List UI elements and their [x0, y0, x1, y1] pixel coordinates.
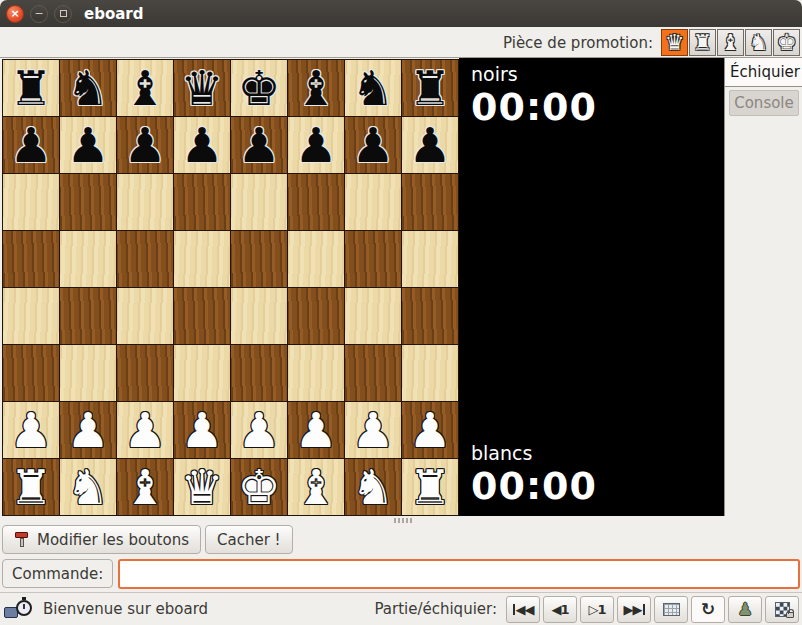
square-e7[interactable]: ♟: [231, 117, 287, 173]
square-d6[interactable]: [174, 174, 230, 230]
square-a7[interactable]: ♟: [3, 117, 59, 173]
square-a3[interactable]: [3, 345, 59, 401]
square-a2[interactable]: ♟: [3, 402, 59, 458]
square-g6[interactable]: [345, 174, 401, 230]
forward-one-icon: ▷1: [588, 602, 605, 617]
square-h5[interactable]: [402, 231, 458, 287]
square-b4[interactable]: [60, 288, 116, 344]
clock-mode-icon[interactable]: [3, 598, 35, 620]
checkerboard-lock-icon: [775, 602, 790, 617]
modify-buttons-label: Modifier les boutons: [37, 531, 189, 549]
square-c8[interactable]: ♝: [117, 60, 173, 116]
square-f7[interactable]: ♟: [288, 117, 344, 173]
square-e5[interactable]: [231, 231, 287, 287]
square-d3[interactable]: [174, 345, 230, 401]
square-c4[interactable]: [117, 288, 173, 344]
clock-panel: noirs 00:00 blancs 00:00: [459, 58, 724, 516]
black-bishop: ♝: [123, 64, 166, 112]
divider-grip-icon[interactable]: [394, 518, 412, 523]
status-bar: Bienvenue sur eboard Partie/échiquier: ◀…: [0, 592, 802, 625]
white-knight: ♞: [66, 463, 109, 511]
maximize-icon[interactable]: [54, 5, 72, 23]
white-pawn: ♟: [180, 406, 223, 454]
white-pawn: ♟: [9, 406, 52, 454]
square-h3[interactable]: [402, 345, 458, 401]
promotion-label: Pièce de promotion:: [503, 34, 653, 52]
square-b1[interactable]: ♞: [60, 459, 116, 515]
piece-set-icon: ♟: [737, 599, 752, 619]
square-e4[interactable]: [231, 288, 287, 344]
square-f3[interactable]: [288, 345, 344, 401]
square-b6[interactable]: [60, 174, 116, 230]
pane-divider[interactable]: [0, 516, 802, 525]
knight-icon: ♞: [749, 32, 769, 54]
black-clock-label: noirs: [471, 63, 714, 85]
black-queen: ♛: [180, 64, 223, 112]
promotion-rook-button[interactable]: ♜: [689, 29, 716, 56]
square-g3[interactable]: [345, 345, 401, 401]
black-pawn: ♟: [123, 121, 166, 169]
promotion-queen-button[interactable]: ♛: [661, 29, 688, 56]
tab-echiquier[interactable]: Échiquier: [725, 58, 802, 87]
refresh-button[interactable]: ↻: [691, 596, 725, 623]
promotion-toolbar: Pièce de promotion: ♛♜♝♞♚: [0, 27, 802, 58]
white-pawn: ♟: [66, 406, 109, 454]
square-h6[interactable]: [402, 174, 458, 230]
square-a4[interactable]: [3, 288, 59, 344]
black-rook: ♜: [408, 64, 451, 112]
command-row: Commande:: [2, 558, 800, 589]
black-knight: ♞: [351, 64, 394, 112]
back-one-button[interactable]: ◀1: [543, 596, 577, 623]
black-knight: ♞: [66, 64, 109, 112]
square-h7[interactable]: ♟: [402, 117, 458, 173]
square-e8[interactable]: ♚: [231, 60, 287, 116]
forward-one-button[interactable]: ▷1: [580, 596, 614, 623]
square-g8[interactable]: ♞: [345, 60, 401, 116]
go-first-icon: ◀◀: [516, 602, 534, 617]
square-f6[interactable]: [288, 174, 344, 230]
back-one-icon: ◀1: [551, 602, 568, 617]
titlebar: × − eboard: [0, 0, 802, 27]
square-b5[interactable]: [60, 231, 116, 287]
go-last-button[interactable]: ▶▶: [617, 596, 651, 623]
square-b7[interactable]: ♟: [60, 117, 116, 173]
queen-icon: ♛: [665, 32, 685, 54]
command-input[interactable]: [118, 559, 800, 589]
king-icon: ♚: [777, 32, 797, 54]
black-pawn: ♟: [351, 121, 394, 169]
promotion-king-button[interactable]: ♚: [773, 29, 800, 56]
square-d1[interactable]: ♛: [174, 459, 230, 515]
modify-buttons-button[interactable]: Modifier les boutons: [2, 525, 201, 554]
square-d4[interactable]: [174, 288, 230, 344]
square-c5[interactable]: [117, 231, 173, 287]
black-pawn: ♟: [9, 121, 52, 169]
square-c1[interactable]: ♝: [117, 459, 173, 515]
square-d2[interactable]: ♟: [174, 402, 230, 458]
go-last-icon: ▶▶: [624, 602, 642, 617]
white-pawn: ♟: [123, 406, 166, 454]
square-e3[interactable]: [231, 345, 287, 401]
command-button[interactable]: Commande:: [2, 559, 113, 588]
refresh-icon: ↻: [701, 599, 715, 619]
black-pawn: ♟: [180, 121, 223, 169]
square-h2[interactable]: ♟: [402, 402, 458, 458]
square-c6[interactable]: [117, 174, 173, 230]
square-a5[interactable]: [3, 231, 59, 287]
square-e2[interactable]: ♟: [231, 402, 287, 458]
square-g4[interactable]: [345, 288, 401, 344]
tab-console[interactable]: Console: [729, 90, 799, 116]
black-pawn: ♟: [237, 121, 280, 169]
square-e1[interactable]: ♚: [231, 459, 287, 515]
hide-button[interactable]: Cacher !: [205, 525, 293, 554]
square-f1[interactable]: ♝: [288, 459, 344, 515]
white-clock-time: 00:00: [471, 464, 714, 508]
window-title: eboard: [84, 5, 143, 23]
square-f8[interactable]: ♝: [288, 60, 344, 116]
move-list-button[interactable]: [654, 596, 688, 623]
minimize-icon[interactable]: −: [30, 5, 48, 23]
game-nav-label: Partie/échiquier:: [374, 600, 497, 618]
white-clock: blancs 00:00: [471, 442, 714, 508]
square-b3[interactable]: [60, 345, 116, 401]
black-rook: ♜: [9, 64, 52, 112]
white-bishop: ♝: [123, 463, 166, 511]
board-lock-button[interactable]: [765, 596, 799, 623]
status-message: Bienvenue sur eboard: [43, 600, 208, 618]
piece-set-button[interactable]: ♟: [728, 596, 762, 623]
square-f5[interactable]: [288, 231, 344, 287]
square-g2[interactable]: ♟: [345, 402, 401, 458]
promotion-buttons: ♛♜♝♞♚: [660, 29, 800, 56]
button-row: Modifier les boutons Cacher !: [2, 525, 293, 555]
square-e6[interactable]: [231, 174, 287, 230]
white-rook: ♜: [9, 463, 52, 511]
square-h1[interactable]: ♜: [402, 459, 458, 515]
white-pawn: ♟: [294, 406, 337, 454]
hide-button-label: Cacher !: [217, 531, 281, 549]
square-a8[interactable]: ♜: [3, 60, 59, 116]
square-g5[interactable]: [345, 231, 401, 287]
white-pawn: ♟: [408, 406, 451, 454]
black-clock-time: 00:00: [471, 85, 714, 129]
white-queen: ♛: [180, 463, 223, 511]
black-pawn: ♟: [294, 121, 337, 169]
chess-board[interactable]: ♜♞♝♛♚♝♞♜♟♟♟♟♟♟♟♟♟♟♟♟♟♟♟♟♜♞♝♛♚♝♞♜: [2, 59, 459, 516]
square-c7[interactable]: ♟: [117, 117, 173, 173]
hammer-icon: [14, 532, 30, 547]
promotion-knight-button[interactable]: ♞: [745, 29, 772, 56]
close-icon[interactable]: ×: [6, 5, 24, 23]
black-bishop: ♝: [294, 64, 337, 112]
square-g7[interactable]: ♟: [345, 117, 401, 173]
white-king: ♚: [237, 463, 280, 511]
square-c3[interactable]: [117, 345, 173, 401]
black-clock: noirs 00:00: [471, 63, 714, 129]
square-d8[interactable]: ♛: [174, 60, 230, 116]
square-f2[interactable]: ♟: [288, 402, 344, 458]
tab-gutter: Échiquier Console: [724, 58, 802, 516]
square-h4[interactable]: [402, 288, 458, 344]
square-a6[interactable]: [3, 174, 59, 230]
square-d5[interactable]: [174, 231, 230, 287]
grid-icon: [663, 603, 680, 616]
square-b2[interactable]: ♟: [60, 402, 116, 458]
white-clock-label: blancs: [471, 442, 714, 464]
white-pawn: ♟: [351, 406, 394, 454]
promotion-bishop-button[interactable]: ♝: [717, 29, 744, 56]
go-first-button[interactable]: ◀◀: [506, 596, 540, 623]
square-b8[interactable]: ♞: [60, 60, 116, 116]
white-pawn: ♟: [237, 406, 280, 454]
black-pawn: ♟: [66, 121, 109, 169]
white-bishop: ♝: [294, 463, 337, 511]
square-d7[interactable]: ♟: [174, 117, 230, 173]
black-pawn: ♟: [408, 121, 451, 169]
white-knight: ♞: [351, 463, 394, 511]
white-rook: ♜: [408, 463, 451, 511]
square-c2[interactable]: ♟: [117, 402, 173, 458]
black-king: ♚: [237, 64, 280, 112]
square-a1[interactable]: ♜: [3, 459, 59, 515]
rook-icon: ♜: [693, 32, 713, 54]
square-g1[interactable]: ♞: [345, 459, 401, 515]
square-h8[interactable]: ♜: [402, 60, 458, 116]
bishop-icon: ♝: [721, 32, 741, 54]
square-f4[interactable]: [288, 288, 344, 344]
